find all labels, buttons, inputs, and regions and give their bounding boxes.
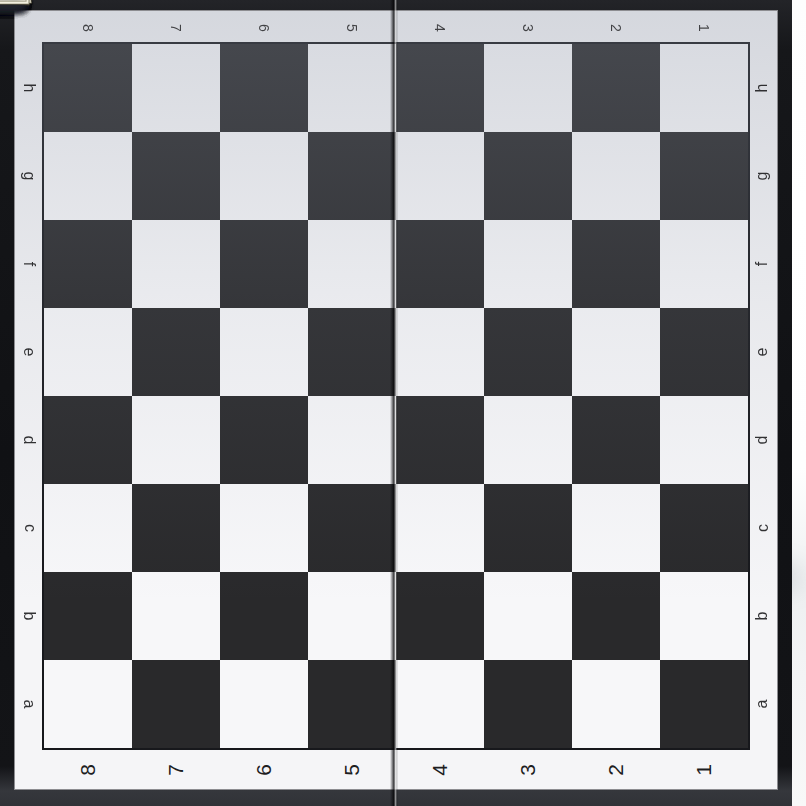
file-right-label-d: d — [748, 396, 777, 484]
file-right-label-b: b — [748, 572, 777, 660]
square-h7[interactable] — [132, 44, 220, 132]
square-g8[interactable] — [44, 132, 132, 220]
square-e7[interactable] — [132, 308, 220, 396]
square-d1[interactable] — [660, 396, 748, 484]
square-f5[interactable] — [308, 220, 396, 308]
square-a6[interactable] — [220, 660, 308, 748]
square-f2[interactable] — [572, 220, 660, 308]
square-a1[interactable] — [660, 660, 748, 748]
file-left-label-b: b — [15, 572, 44, 660]
file-right-label-f: f — [748, 220, 777, 308]
rank-far-label-5: 5 — [308, 11, 396, 44]
rank-front-label-4: 4 — [396, 748, 484, 791]
file-right-label-h: h — [748, 44, 777, 132]
square-c4[interactable] — [396, 484, 484, 572]
file-right-label-c: c — [748, 484, 777, 572]
rank-front-label-6: 6 — [220, 748, 308, 791]
board-fold-seam — [390, 0, 398, 806]
square-c8[interactable] — [44, 484, 132, 572]
square-e4[interactable] — [396, 308, 484, 396]
square-f1[interactable] — [660, 220, 748, 308]
square-a2[interactable] — [572, 660, 660, 748]
file-left-label-c: c — [15, 484, 44, 572]
square-a4[interactable] — [396, 660, 484, 748]
square-b2[interactable] — [572, 572, 660, 660]
square-d2[interactable] — [572, 396, 660, 484]
square-d8[interactable] — [44, 396, 132, 484]
square-h1[interactable] — [660, 44, 748, 132]
square-h4[interactable] — [396, 44, 484, 132]
square-c6[interactable] — [220, 484, 308, 572]
square-e3[interactable] — [484, 308, 572, 396]
square-g5[interactable] — [308, 132, 396, 220]
piece-white-rook-a1[interactable]: ♜ — [0, 0, 46, 15]
rank-front-label-7: 7 — [132, 748, 220, 791]
rank-far-label-3: 3 — [484, 11, 572, 44]
square-h2[interactable] — [572, 44, 660, 132]
square-a5[interactable] — [308, 660, 396, 748]
square-b3[interactable] — [484, 572, 572, 660]
square-d6[interactable] — [220, 396, 308, 484]
rank-front-label-3: 3 — [484, 748, 572, 791]
square-c7[interactable] — [132, 484, 220, 572]
square-h3[interactable] — [484, 44, 572, 132]
file-right-label-g: g — [748, 132, 777, 220]
square-h8[interactable] — [44, 44, 132, 132]
square-g2[interactable] — [572, 132, 660, 220]
square-f7[interactable] — [132, 220, 220, 308]
square-c5[interactable] — [308, 484, 396, 572]
file-left-label-d: d — [15, 396, 44, 484]
file-left-label-f: f — [15, 220, 44, 308]
file-left-label-g: g — [15, 132, 44, 220]
rank-far-label-4: 4 — [396, 11, 484, 44]
rank-far-label-8: 8 — [44, 11, 132, 44]
square-f3[interactable] — [484, 220, 572, 308]
square-b7[interactable] — [132, 572, 220, 660]
rank-far-label-7: 7 — [132, 11, 220, 44]
file-left-label-h: h — [15, 44, 44, 132]
square-e5[interactable] — [308, 308, 396, 396]
square-e6[interactable] — [220, 308, 308, 396]
square-a7[interactable] — [132, 660, 220, 748]
square-e8[interactable] — [44, 308, 132, 396]
square-h5[interactable] — [308, 44, 396, 132]
chess-board: 87654321 87654321 hgfedcba hgfedcba — [0, 0, 792, 806]
square-f4[interactable] — [396, 220, 484, 308]
square-b8[interactable] — [44, 572, 132, 660]
square-e2[interactable] — [572, 308, 660, 396]
square-a8[interactable] — [44, 660, 132, 748]
rank-far-label-6: 6 — [220, 11, 308, 44]
file-right-label-e: e — [748, 308, 777, 396]
square-b5[interactable] — [308, 572, 396, 660]
square-e1[interactable] — [660, 308, 748, 396]
square-f6[interactable] — [220, 220, 308, 308]
rank-front-label-2: 2 — [572, 748, 660, 791]
square-f8[interactable] — [44, 220, 132, 308]
file-left-label-e: e — [15, 308, 44, 396]
square-g3[interactable] — [484, 132, 572, 220]
square-c1[interactable] — [660, 484, 748, 572]
file-left-label-a: a — [15, 660, 44, 748]
square-d7[interactable] — [132, 396, 220, 484]
square-d4[interactable] — [396, 396, 484, 484]
product-photo-scene: 87654321 87654321 hgfedcba hgfedcba ♜♞♝♛… — [0, 0, 806, 806]
square-g6[interactable] — [220, 132, 308, 220]
square-c3[interactable] — [484, 484, 572, 572]
rank-front-label-5: 5 — [308, 748, 396, 791]
square-g7[interactable] — [132, 132, 220, 220]
rank-far-label-2: 2 — [572, 11, 660, 44]
file-labels-right: hgfedcba — [748, 44, 777, 748]
rank-front-label-8: 8 — [44, 748, 132, 791]
rank-far-label-1: 1 — [660, 11, 748, 44]
rank-front-label-1: 1 — [660, 748, 748, 791]
square-d3[interactable] — [484, 396, 572, 484]
file-right-label-a: a — [748, 660, 777, 748]
square-c2[interactable] — [572, 484, 660, 572]
square-h6[interactable] — [220, 44, 308, 132]
file-labels-left: hgfedcba — [15, 44, 44, 748]
square-d5[interactable] — [308, 396, 396, 484]
square-b4[interactable] — [396, 572, 484, 660]
square-b1[interactable] — [660, 572, 748, 660]
square-g4[interactable] — [396, 132, 484, 220]
square-a3[interactable] — [484, 660, 572, 748]
square-b6[interactable] — [220, 572, 308, 660]
square-g1[interactable] — [660, 132, 748, 220]
